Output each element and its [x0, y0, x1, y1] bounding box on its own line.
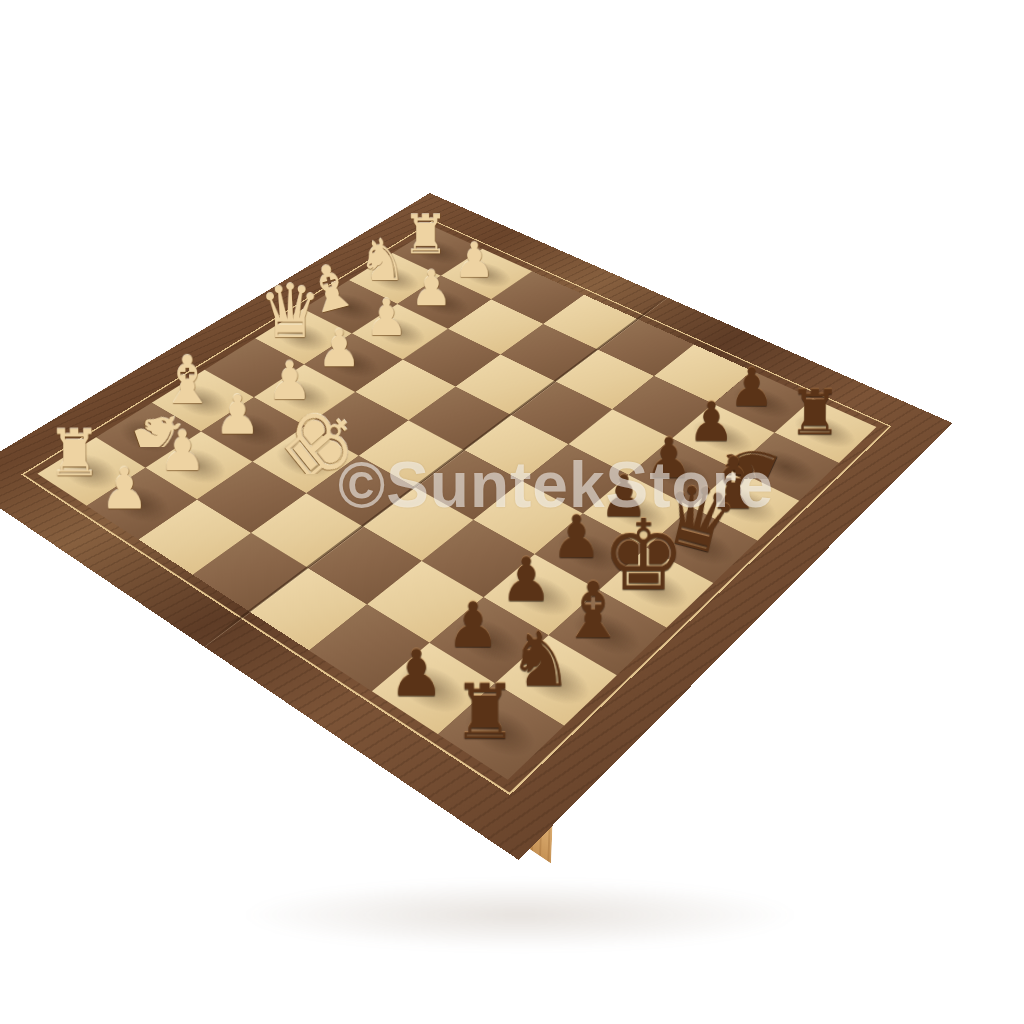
white-pawn-a2: ♟ — [454, 237, 495, 285]
board-drop-shadow — [240, 880, 800, 950]
white-pawn-g2: ♟ — [158, 423, 206, 479]
black-pawn-h7: ♟ — [389, 642, 444, 706]
fold-seam-side — [239, 620, 245, 658]
white-rook-a1: ♜ — [402, 208, 448, 262]
product-photo-scene: ♜♟♟♜♞♟♟♞♝♟♟♝♛♟♟♛♟♟♚♝♟♚♟♝♞♟♟♞♜♟♟♜ — [0, 0, 1024, 1024]
white-pawn-c2: ♟ — [365, 293, 408, 343]
white-rook-h1: ♜ — [47, 422, 102, 486]
black-pawn-g7: ♟ — [446, 594, 500, 656]
black-pawn-e7: ♟ — [551, 508, 602, 567]
board-grid: ♜♟♟♜♞♟♟♞♝♟♟♝♛♟♟♛♟♟♚♝♟♚♟♝♞♟♟♞♜♟♟♜ — [37, 227, 876, 780]
chess-board: ♜♟♟♜♞♟♟♞♝♟♟♝♛♟♟♛♟♟♚♝♟♚♟♝♞♟♟♞♜♟♟♜ — [0, 193, 952, 860]
black-rook-h8: ♜ — [452, 675, 517, 750]
white-pawn-h2: ♟ — [100, 461, 149, 518]
black-pawn-f7: ♟ — [500, 550, 552, 611]
white-pawn-d2: ♟ — [317, 323, 361, 375]
black-knight-g8: ♞ — [508, 623, 573, 699]
white-knight-b1: ♞ — [358, 233, 407, 290]
black-rook-a8: ♜ — [788, 382, 841, 444]
board-inlay-border: ♜♟♟♜♞♟♟♞♝♟♟♝♛♟♟♛♟♟♚♝♟♚♟♝♞♟♟♞♜♟♟♜ — [21, 220, 891, 795]
white-queen-d1: ♛ — [258, 275, 321, 349]
white-pawn-f2: ♟ — [214, 388, 261, 442]
square-h8: ♜ — [438, 683, 564, 779]
white-pawn-e2: ♟ — [267, 355, 312, 408]
black-pawn-a7: ♟ — [729, 361, 775, 414]
white-pawn-b2: ♟ — [410, 264, 452, 313]
